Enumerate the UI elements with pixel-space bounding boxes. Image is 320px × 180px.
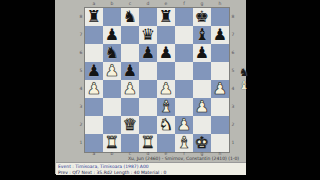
rank-label-4: 4 <box>230 80 236 98</box>
rank-label-2: 2 <box>78 116 84 134</box>
square-h3[interactable] <box>211 98 229 116</box>
piece-black-rook: ♜ <box>159 8 173 26</box>
piece-white-pawn: ♟ <box>177 116 191 134</box>
square-e1[interactable] <box>157 134 175 152</box>
square-f5[interactable] <box>175 62 193 80</box>
chess-board: ♜♞♜♚♟♛♝♟♞♟♟♟♟♟♟♟♟♟♟♝♟♛♞♟♜♜♝♚ <box>85 8 229 152</box>
file-label-h: h <box>211 1 229 7</box>
piece-black-pawn: ♟ <box>105 26 119 44</box>
square-h2[interactable] <box>211 116 229 134</box>
file-label-a: a <box>85 1 103 7</box>
square-a8[interactable]: ♜ <box>85 8 103 26</box>
file-label-d: d <box>139 1 157 7</box>
square-g6[interactable]: ♟ <box>193 44 211 62</box>
rank-label-8: 8 <box>78 8 84 26</box>
rank-label-1: 1 <box>78 134 84 152</box>
square-h4[interactable]: ♟ <box>211 80 229 98</box>
square-b8[interactable] <box>103 8 121 26</box>
square-c1[interactable] <box>121 134 139 152</box>
rank-label-6: 6 <box>230 44 236 62</box>
piece-black-rook: ♜ <box>87 8 101 26</box>
piece-black-pawn: ♟ <box>159 44 173 62</box>
square-a5[interactable]: ♟ <box>85 62 103 80</box>
piece-white-pawn: ♟ <box>195 98 209 116</box>
square-b5[interactable]: ♟ <box>103 62 121 80</box>
piece-white-pawn: ♟ <box>87 80 101 98</box>
piece-black-king: ♚ <box>195 8 209 26</box>
piece-white-knight: ♞ <box>159 116 173 134</box>
file-label-e: e <box>157 1 175 7</box>
rank-label-1: 1 <box>230 134 236 152</box>
square-e4[interactable]: ♟ <box>157 80 175 98</box>
square-c5[interactable]: ♟ <box>121 62 139 80</box>
material-white-bishop-icon: ♝ <box>238 79 250 92</box>
piece-white-bishop: ♝ <box>159 98 173 116</box>
square-e2[interactable]: ♞ <box>157 116 175 134</box>
rank-label-2: 2 <box>230 116 236 134</box>
square-f2[interactable]: ♟ <box>175 116 193 134</box>
piece-black-bishop: ♝ <box>195 26 209 44</box>
piece-white-queen: ♛ <box>123 116 137 134</box>
file-label-f: f <box>175 1 193 7</box>
file-label-c: c <box>121 1 139 7</box>
piece-white-bishop: ♝ <box>177 134 191 152</box>
file-label-g: g <box>193 1 211 7</box>
square-g4[interactable] <box>193 80 211 98</box>
square-f8[interactable] <box>175 8 193 26</box>
square-b4[interactable] <box>103 80 121 98</box>
square-d4[interactable] <box>139 80 157 98</box>
square-e7[interactable] <box>157 26 175 44</box>
square-c6[interactable] <box>121 44 139 62</box>
square-a4[interactable]: ♟ <box>85 80 103 98</box>
square-c3[interactable] <box>121 98 139 116</box>
piece-black-pawn: ♟ <box>195 44 209 62</box>
rank-label-7: 7 <box>78 26 84 44</box>
square-g2[interactable] <box>193 116 211 134</box>
rank-label-3: 3 <box>78 98 84 116</box>
piece-white-rook: ♜ <box>141 134 155 152</box>
info-line: Prev : Qf7 Next : 35.Rd2 Length : 40 Mat… <box>58 170 166 175</box>
square-d5[interactable] <box>139 62 157 80</box>
piece-black-pawn: ♟ <box>141 44 155 62</box>
file-labels-top: abcdefgh <box>85 1 229 7</box>
square-e3[interactable]: ♝ <box>157 98 175 116</box>
file-label-b: b <box>103 1 121 7</box>
square-b1[interactable]: ♜ <box>103 134 121 152</box>
square-g1[interactable]: ♚ <box>193 134 211 152</box>
square-g7[interactable]: ♝ <box>193 26 211 44</box>
rank-label-6: 6 <box>78 44 84 62</box>
rank-label-3: 3 <box>230 98 236 116</box>
square-f4[interactable] <box>175 80 193 98</box>
square-c7[interactable] <box>121 26 139 44</box>
piece-white-rook: ♜ <box>105 134 119 152</box>
rank-label-7: 7 <box>230 26 236 44</box>
rank-label-5: 5 <box>230 62 236 80</box>
square-d1[interactable]: ♜ <box>139 134 157 152</box>
square-f6[interactable] <box>175 44 193 62</box>
square-h6[interactable] <box>211 44 229 62</box>
rank-label-4: 4 <box>78 80 84 98</box>
rank-label-5: 5 <box>78 62 84 80</box>
rank-label-8: 8 <box>230 8 236 26</box>
square-f3[interactable] <box>175 98 193 116</box>
square-a1[interactable] <box>85 134 103 152</box>
square-b7[interactable]: ♟ <box>103 26 121 44</box>
piece-black-knight: ♞ <box>123 8 137 26</box>
square-d6[interactable]: ♟ <box>139 44 157 62</box>
square-f1[interactable]: ♝ <box>175 134 193 152</box>
square-a6[interactable] <box>85 44 103 62</box>
square-a3[interactable] <box>85 98 103 116</box>
piece-white-king: ♚ <box>195 134 209 152</box>
rank-labels-right: 87654321 <box>230 8 236 152</box>
piece-black-queen: ♛ <box>141 26 155 44</box>
square-h8[interactable] <box>211 8 229 26</box>
square-d2[interactable] <box>139 116 157 134</box>
square-h1[interactable] <box>211 134 229 152</box>
piece-black-knight: ♞ <box>105 44 119 62</box>
status-bar: Event : Timisoara, Timisoara (1987) A00 … <box>56 162 246 175</box>
square-e8[interactable]: ♜ <box>157 8 175 26</box>
square-e5[interactable] <box>157 62 175 80</box>
square-g8[interactable]: ♚ <box>193 8 211 26</box>
piece-white-pawn: ♟ <box>159 80 173 98</box>
piece-white-pawn: ♟ <box>123 80 137 98</box>
piece-black-pawn: ♟ <box>123 62 137 80</box>
event-line: Event : Timisoara, Timisoara (1987) A00 <box>58 164 149 169</box>
square-b2[interactable] <box>103 116 121 134</box>
square-h7[interactable]: ♟ <box>211 26 229 44</box>
square-h5[interactable] <box>211 62 229 80</box>
square-c2[interactable]: ♛ <box>121 116 139 134</box>
square-b3[interactable] <box>103 98 121 116</box>
square-e6[interactable]: ♟ <box>157 44 175 62</box>
piece-black-pawn: ♟ <box>87 62 101 80</box>
square-c8[interactable]: ♞ <box>121 8 139 26</box>
rank-labels-left: 87654321 <box>78 8 84 152</box>
square-a7[interactable] <box>85 26 103 44</box>
square-d8[interactable] <box>139 8 157 26</box>
material-black-knight-icon: ♞ <box>238 66 250 79</box>
video-frame: abcdefgh abcdefgh 87654321 87654321 ♜♞♜♚… <box>0 0 320 180</box>
piece-white-pawn: ♟ <box>213 80 227 98</box>
piece-white-pawn: ♟ <box>105 62 119 80</box>
square-g5[interactable] <box>193 62 211 80</box>
square-d7[interactable]: ♛ <box>139 26 157 44</box>
square-c4[interactable]: ♟ <box>121 80 139 98</box>
square-g3[interactable]: ♟ <box>193 98 211 116</box>
square-d3[interactable] <box>139 98 157 116</box>
square-b6[interactable]: ♞ <box>103 44 121 62</box>
piece-black-pawn: ♟ <box>213 26 227 44</box>
square-a2[interactable] <box>85 116 103 134</box>
square-f7[interactable] <box>175 26 193 44</box>
